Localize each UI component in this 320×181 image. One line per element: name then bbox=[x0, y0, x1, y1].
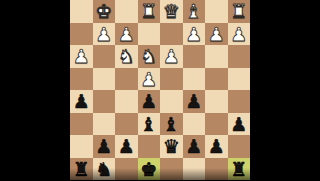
square-d5[interactable] bbox=[160, 90, 183, 113]
white-pawn: ♟ bbox=[118, 23, 135, 46]
black-bishop: ♝ bbox=[163, 113, 180, 136]
black-queen: ♛ bbox=[163, 135, 180, 158]
square-f3[interactable]: ♞ bbox=[115, 45, 138, 68]
square-d6[interactable]: ♝ bbox=[160, 113, 183, 136]
white-pawn: ♟ bbox=[208, 23, 225, 46]
black-bishop: ♝ bbox=[140, 113, 157, 136]
white-rook: ♜ bbox=[230, 0, 247, 23]
square-b1[interactable] bbox=[205, 0, 228, 23]
square-a2[interactable]: ♟ bbox=[228, 23, 251, 46]
square-h1[interactable] bbox=[70, 0, 93, 23]
square-h5[interactable]: ♟ bbox=[70, 90, 93, 113]
square-c7[interactable]: ♟ bbox=[183, 135, 206, 158]
square-g3[interactable] bbox=[93, 45, 116, 68]
black-pawn: ♟ bbox=[230, 113, 247, 136]
square-a8[interactable]: ♜ bbox=[228, 158, 251, 181]
black-king: ♚ bbox=[140, 158, 157, 181]
square-g2[interactable]: ♟ bbox=[93, 23, 116, 46]
black-pawn: ♟ bbox=[73, 90, 90, 113]
white-pawn: ♟ bbox=[163, 45, 180, 68]
white-pawn: ♟ bbox=[73, 45, 90, 68]
black-pawn: ♟ bbox=[140, 90, 157, 113]
square-e8[interactable]: ♚ bbox=[138, 158, 161, 181]
square-e2[interactable] bbox=[138, 23, 161, 46]
square-g7[interactable]: ♟ bbox=[93, 135, 116, 158]
square-a7[interactable] bbox=[228, 135, 251, 158]
square-g5[interactable] bbox=[93, 90, 116, 113]
square-c3[interactable] bbox=[183, 45, 206, 68]
square-f5[interactable] bbox=[115, 90, 138, 113]
square-d4[interactable] bbox=[160, 68, 183, 91]
square-b6[interactable] bbox=[205, 113, 228, 136]
square-e5[interactable]: ♟ bbox=[138, 90, 161, 113]
black-pawn: ♟ bbox=[208, 135, 225, 158]
square-f6[interactable] bbox=[115, 113, 138, 136]
square-g8[interactable]: ♞ bbox=[93, 158, 116, 181]
right-letterbox-bar bbox=[250, 0, 320, 180]
square-b3[interactable] bbox=[205, 45, 228, 68]
square-d8[interactable] bbox=[160, 158, 183, 181]
white-queen: ♛ bbox=[163, 0, 180, 23]
white-pawn: ♟ bbox=[230, 23, 247, 46]
square-b5[interactable] bbox=[205, 90, 228, 113]
video-frame: ♚♜♛♝♜♟♟♟♟♟♟♞♞♟♟♟♟♟♝♝♟♟♟♛♟♟♜♞♚♜ bbox=[0, 0, 320, 180]
square-h6[interactable] bbox=[70, 113, 93, 136]
square-a6[interactable]: ♟ bbox=[228, 113, 251, 136]
left-letterbox-bar bbox=[0, 0, 70, 180]
square-h8[interactable]: ♜ bbox=[70, 158, 93, 181]
black-rook: ♜ bbox=[230, 158, 247, 181]
black-knight: ♞ bbox=[95, 158, 112, 181]
black-pawn: ♟ bbox=[95, 135, 112, 158]
white-knight: ♞ bbox=[140, 45, 157, 68]
square-c2[interactable]: ♟ bbox=[183, 23, 206, 46]
square-c5[interactable]: ♟ bbox=[183, 90, 206, 113]
square-a5[interactable] bbox=[228, 90, 251, 113]
square-b7[interactable]: ♟ bbox=[205, 135, 228, 158]
white-bishop: ♝ bbox=[185, 0, 202, 23]
white-king: ♚ bbox=[95, 0, 112, 23]
square-h7[interactable] bbox=[70, 135, 93, 158]
square-b8[interactable] bbox=[205, 158, 228, 181]
white-pawn: ♟ bbox=[95, 23, 112, 46]
square-e3[interactable]: ♞ bbox=[138, 45, 161, 68]
square-c4[interactable] bbox=[183, 68, 206, 91]
white-knight: ♞ bbox=[118, 45, 135, 68]
square-f2[interactable]: ♟ bbox=[115, 23, 138, 46]
white-pawn: ♟ bbox=[140, 68, 157, 91]
square-f7[interactable]: ♟ bbox=[115, 135, 138, 158]
square-h3[interactable]: ♟ bbox=[70, 45, 93, 68]
square-d3[interactable]: ♟ bbox=[160, 45, 183, 68]
square-d7[interactable]: ♛ bbox=[160, 135, 183, 158]
square-e6[interactable]: ♝ bbox=[138, 113, 161, 136]
square-f8[interactable] bbox=[115, 158, 138, 181]
square-c1[interactable]: ♝ bbox=[183, 0, 206, 23]
black-pawn: ♟ bbox=[185, 135, 202, 158]
square-h4[interactable] bbox=[70, 68, 93, 91]
square-a1[interactable]: ♜ bbox=[228, 0, 251, 23]
square-b2[interactable]: ♟ bbox=[205, 23, 228, 46]
square-d1[interactable]: ♛ bbox=[160, 0, 183, 23]
black-rook: ♜ bbox=[73, 158, 90, 181]
square-g1[interactable]: ♚ bbox=[93, 0, 116, 23]
white-pawn: ♟ bbox=[185, 23, 202, 46]
black-pawn: ♟ bbox=[185, 90, 202, 113]
square-c6[interactable] bbox=[183, 113, 206, 136]
square-a3[interactable] bbox=[228, 45, 251, 68]
chess-board[interactable]: ♚♜♛♝♜♟♟♟♟♟♟♞♞♟♟♟♟♟♝♝♟♟♟♛♟♟♜♞♚♜ bbox=[70, 0, 250, 180]
square-g4[interactable] bbox=[93, 68, 116, 91]
square-b4[interactable] bbox=[205, 68, 228, 91]
square-f4[interactable] bbox=[115, 68, 138, 91]
square-g6[interactable] bbox=[93, 113, 116, 136]
square-f1[interactable] bbox=[115, 0, 138, 23]
square-d2[interactable] bbox=[160, 23, 183, 46]
square-a4[interactable] bbox=[228, 68, 251, 91]
square-c8[interactable] bbox=[183, 158, 206, 181]
black-pawn: ♟ bbox=[118, 135, 135, 158]
square-e7[interactable] bbox=[138, 135, 161, 158]
square-e4[interactable]: ♟ bbox=[138, 68, 161, 91]
square-h2[interactable] bbox=[70, 23, 93, 46]
white-rook: ♜ bbox=[140, 0, 157, 23]
square-e1[interactable]: ♜ bbox=[138, 0, 161, 23]
